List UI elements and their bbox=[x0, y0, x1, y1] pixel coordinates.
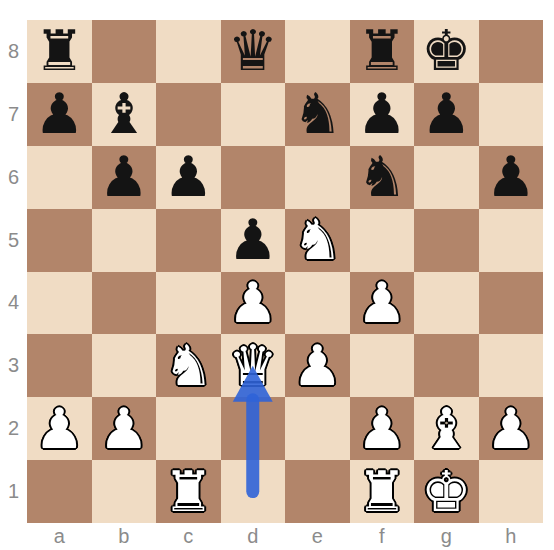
piece-white-pawn[interactable]: ♟ bbox=[486, 401, 536, 457]
piece-black-rook[interactable]: ♜ bbox=[357, 23, 407, 79]
square-e6[interactable] bbox=[285, 146, 350, 209]
square-g8[interactable]: ♚ bbox=[414, 20, 479, 83]
square-h6[interactable]: ♟ bbox=[479, 146, 544, 209]
square-a6[interactable] bbox=[27, 146, 92, 209]
square-c7[interactable] bbox=[156, 83, 221, 146]
square-a3[interactable] bbox=[27, 334, 92, 397]
square-h8[interactable] bbox=[479, 20, 544, 83]
square-e8[interactable] bbox=[285, 20, 350, 83]
square-g6[interactable] bbox=[414, 146, 479, 209]
chess-app: 87654321 ♜♛♜♚♟♝♞♟♟♟♟♞♟♟♞♟♟♞♛♟♟♟♟♝♟♜♜♚ ab… bbox=[0, 0, 554, 550]
square-b7[interactable]: ♝ bbox=[92, 83, 157, 146]
square-a8[interactable]: ♜ bbox=[27, 20, 92, 83]
rank-labels: 87654321 bbox=[0, 20, 27, 523]
chess-board[interactable]: ♜♛♜♚♟♝♞♟♟♟♟♞♟♟♞♟♟♞♛♟♟♟♟♝♟♜♜♚ bbox=[27, 20, 543, 523]
square-h2[interactable]: ♟ bbox=[479, 397, 544, 460]
square-c1[interactable]: ♜ bbox=[156, 460, 221, 523]
piece-white-rook[interactable]: ♜ bbox=[357, 464, 407, 520]
piece-white-king[interactable]: ♚ bbox=[421, 464, 471, 520]
file-label-c: c bbox=[156, 523, 221, 550]
piece-black-pawn[interactable]: ♟ bbox=[99, 149, 149, 205]
square-f6[interactable]: ♞ bbox=[350, 146, 415, 209]
rank-label-5: 5 bbox=[0, 209, 27, 272]
file-label-d: d bbox=[221, 523, 286, 550]
square-e4[interactable] bbox=[285, 272, 350, 335]
square-d4[interactable]: ♟ bbox=[221, 272, 286, 335]
square-c3[interactable]: ♞ bbox=[156, 334, 221, 397]
piece-black-pawn[interactable]: ♟ bbox=[228, 212, 278, 268]
square-d8[interactable]: ♛ bbox=[221, 20, 286, 83]
piece-black-pawn[interactable]: ♟ bbox=[421, 86, 471, 142]
file-labels: abcdefgh bbox=[27, 523, 543, 550]
square-h7[interactable] bbox=[479, 83, 544, 146]
square-b1[interactable] bbox=[92, 460, 157, 523]
square-e3[interactable]: ♟ bbox=[285, 334, 350, 397]
piece-white-pawn[interactable]: ♟ bbox=[357, 275, 407, 331]
file-label-e: e bbox=[285, 523, 350, 550]
piece-white-bishop[interactable]: ♝ bbox=[421, 401, 471, 457]
square-h4[interactable] bbox=[479, 272, 544, 335]
square-a7[interactable]: ♟ bbox=[27, 83, 92, 146]
square-b4[interactable] bbox=[92, 272, 157, 335]
rank-label-2: 2 bbox=[0, 397, 27, 460]
piece-black-pawn[interactable]: ♟ bbox=[34, 86, 84, 142]
piece-white-queen[interactable]: ♛ bbox=[228, 338, 278, 394]
square-h1[interactable] bbox=[479, 460, 544, 523]
square-a1[interactable] bbox=[27, 460, 92, 523]
rank-label-3: 3 bbox=[0, 334, 27, 397]
square-f5[interactable] bbox=[350, 209, 415, 272]
rank-label-1: 1 bbox=[0, 460, 27, 523]
piece-black-knight[interactable]: ♞ bbox=[357, 149, 407, 205]
piece-white-pawn[interactable]: ♟ bbox=[292, 338, 342, 394]
square-b3[interactable] bbox=[92, 334, 157, 397]
rank-label-4: 4 bbox=[0, 272, 27, 335]
file-label-a: a bbox=[27, 523, 92, 550]
square-g2[interactable]: ♝ bbox=[414, 397, 479, 460]
square-b2[interactable]: ♟ bbox=[92, 397, 157, 460]
square-f3[interactable] bbox=[350, 334, 415, 397]
square-a2[interactable]: ♟ bbox=[27, 397, 92, 460]
square-g4[interactable] bbox=[414, 272, 479, 335]
square-d3[interactable]: ♛ bbox=[221, 334, 286, 397]
piece-black-king[interactable]: ♚ bbox=[421, 23, 471, 79]
square-e7[interactable]: ♞ bbox=[285, 83, 350, 146]
piece-black-pawn[interactable]: ♟ bbox=[357, 86, 407, 142]
square-c5[interactable] bbox=[156, 209, 221, 272]
square-c8[interactable] bbox=[156, 20, 221, 83]
square-c4[interactable] bbox=[156, 272, 221, 335]
piece-white-pawn[interactable]: ♟ bbox=[99, 401, 149, 457]
piece-white-knight[interactable]: ♞ bbox=[292, 212, 342, 268]
square-g5[interactable] bbox=[414, 209, 479, 272]
square-b5[interactable] bbox=[92, 209, 157, 272]
square-f1[interactable]: ♜ bbox=[350, 460, 415, 523]
square-c6[interactable]: ♟ bbox=[156, 146, 221, 209]
square-e5[interactable]: ♞ bbox=[285, 209, 350, 272]
rank-label-6: 6 bbox=[0, 146, 27, 209]
piece-black-rook[interactable]: ♜ bbox=[34, 23, 84, 79]
square-b6[interactable]: ♟ bbox=[92, 146, 157, 209]
square-d5[interactable]: ♟ bbox=[221, 209, 286, 272]
file-label-g: g bbox=[414, 523, 479, 550]
square-f7[interactable]: ♟ bbox=[350, 83, 415, 146]
square-f4[interactable]: ♟ bbox=[350, 272, 415, 335]
square-e2[interactable] bbox=[285, 397, 350, 460]
square-b8[interactable] bbox=[92, 20, 157, 83]
piece-black-pawn[interactable]: ♟ bbox=[163, 149, 213, 205]
square-g1[interactable]: ♚ bbox=[414, 460, 479, 523]
rank-label-7: 7 bbox=[0, 83, 27, 146]
piece-black-pawn[interactable]: ♟ bbox=[486, 149, 536, 205]
piece-white-knight[interactable]: ♞ bbox=[163, 338, 213, 394]
file-label-b: b bbox=[92, 523, 157, 550]
square-f8[interactable]: ♜ bbox=[350, 20, 415, 83]
square-d6[interactable] bbox=[221, 146, 286, 209]
square-a4[interactable] bbox=[27, 272, 92, 335]
square-c2[interactable] bbox=[156, 397, 221, 460]
piece-white-pawn[interactable]: ♟ bbox=[228, 275, 278, 331]
piece-black-queen[interactable]: ♛ bbox=[228, 23, 278, 79]
square-a5[interactable] bbox=[27, 209, 92, 272]
square-d2[interactable] bbox=[221, 397, 286, 460]
square-h5[interactable] bbox=[479, 209, 544, 272]
square-f2[interactable]: ♟ bbox=[350, 397, 415, 460]
piece-black-bishop[interactable]: ♝ bbox=[99, 86, 149, 142]
square-g7[interactable]: ♟ bbox=[414, 83, 479, 146]
square-g3[interactable] bbox=[414, 334, 479, 397]
file-label-f: f bbox=[350, 523, 415, 550]
file-label-h: h bbox=[479, 523, 544, 550]
square-d1[interactable] bbox=[221, 460, 286, 523]
piece-black-knight[interactable]: ♞ bbox=[292, 86, 342, 142]
rank-label-8: 8 bbox=[0, 20, 27, 83]
square-e1[interactable] bbox=[285, 460, 350, 523]
piece-white-rook[interactable]: ♜ bbox=[163, 464, 213, 520]
square-h3[interactable] bbox=[479, 334, 544, 397]
piece-white-pawn[interactable]: ♟ bbox=[34, 401, 84, 457]
square-d7[interactable] bbox=[221, 83, 286, 146]
piece-white-pawn[interactable]: ♟ bbox=[357, 401, 407, 457]
